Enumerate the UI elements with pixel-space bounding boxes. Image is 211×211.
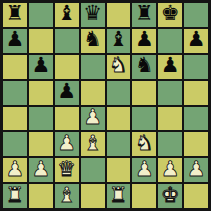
- square-e2[interactable]: [107, 158, 131, 182]
- chess-board: ♜♝♛♜♚♟♞♝♟♟♟♞♞♟♟♟♟♝♞♟♟♛♟♟♟♜♝♜♚: [3, 3, 208, 208]
- piece-black-bishop: ♝: [109, 29, 128, 50]
- square-f4[interactable]: [132, 107, 156, 131]
- square-g2[interactable]: ♟: [158, 158, 182, 182]
- piece-white-knight: ♞: [109, 55, 128, 76]
- square-a8[interactable]: ♜: [3, 3, 27, 27]
- square-c5[interactable]: ♟: [55, 81, 79, 105]
- piece-black-pawn: ♟: [161, 55, 180, 76]
- piece-black-rook: ♜: [135, 3, 154, 24]
- square-g6[interactable]: ♟: [158, 55, 182, 79]
- square-b4[interactable]: [29, 107, 53, 131]
- square-h1[interactable]: [184, 184, 208, 208]
- square-c1[interactable]: ♝: [55, 184, 79, 208]
- square-e3[interactable]: [107, 132, 131, 156]
- square-d2[interactable]: [81, 158, 105, 182]
- square-h6[interactable]: [184, 55, 208, 79]
- square-e1[interactable]: ♜: [107, 184, 131, 208]
- piece-black-bishop: ♝: [57, 3, 76, 24]
- piece-black-king: ♚: [161, 3, 180, 24]
- piece-white-bishop: ♝: [57, 185, 76, 206]
- square-a1[interactable]: ♜: [3, 184, 27, 208]
- square-b6[interactable]: ♟: [29, 55, 53, 79]
- square-c8[interactable]: ♝: [55, 3, 79, 27]
- square-f7[interactable]: ♟: [132, 29, 156, 53]
- square-f5[interactable]: [132, 81, 156, 105]
- square-g4[interactable]: [158, 107, 182, 131]
- square-d7[interactable]: ♞: [81, 29, 105, 53]
- square-b2[interactable]: ♟: [29, 158, 53, 182]
- piece-white-pawn: ♟: [161, 159, 180, 180]
- piece-white-pawn: ♟: [57, 133, 76, 154]
- square-h4[interactable]: [184, 107, 208, 131]
- piece-white-pawn: ♟: [6, 159, 25, 180]
- square-b1[interactable]: [29, 184, 53, 208]
- piece-white-pawn: ♟: [31, 159, 50, 180]
- square-g7[interactable]: [158, 29, 182, 53]
- square-b3[interactable]: [29, 132, 53, 156]
- square-e4[interactable]: [107, 107, 131, 131]
- square-f2[interactable]: ♟: [132, 158, 156, 182]
- square-h3[interactable]: [184, 132, 208, 156]
- square-g3[interactable]: [158, 132, 182, 156]
- piece-black-pawn: ♟: [6, 29, 25, 50]
- piece-white-bishop: ♝: [83, 133, 102, 154]
- square-g8[interactable]: ♚: [158, 3, 182, 27]
- square-d8[interactable]: ♛: [81, 3, 105, 27]
- piece-white-pawn: ♟: [83, 107, 102, 128]
- square-f6[interactable]: ♞: [132, 55, 156, 79]
- square-a6[interactable]: [3, 55, 27, 79]
- square-d1[interactable]: [81, 184, 105, 208]
- square-b8[interactable]: [29, 3, 53, 27]
- square-c6[interactable]: [55, 55, 79, 79]
- piece-white-rook: ♜: [6, 185, 25, 206]
- square-c3[interactable]: ♟: [55, 132, 79, 156]
- piece-white-rook: ♜: [109, 185, 128, 206]
- square-c2[interactable]: ♛: [55, 158, 79, 182]
- square-f1[interactable]: [132, 184, 156, 208]
- square-d3[interactable]: ♝: [81, 132, 105, 156]
- piece-black-pawn: ♟: [135, 29, 154, 50]
- square-h2[interactable]: ♟: [184, 158, 208, 182]
- square-b7[interactable]: [29, 29, 53, 53]
- piece-black-pawn: ♟: [187, 29, 206, 50]
- square-e7[interactable]: ♝: [107, 29, 131, 53]
- square-d5[interactable]: [81, 81, 105, 105]
- piece-white-pawn: ♟: [135, 159, 154, 180]
- square-h7[interactable]: ♟: [184, 29, 208, 53]
- square-d6[interactable]: [81, 55, 105, 79]
- piece-white-king: ♚: [161, 185, 180, 206]
- piece-black-pawn: ♟: [57, 81, 76, 102]
- square-e6[interactable]: ♞: [107, 55, 131, 79]
- square-h8[interactable]: [184, 3, 208, 27]
- square-f3[interactable]: ♞: [132, 132, 156, 156]
- square-f8[interactable]: ♜: [132, 3, 156, 27]
- square-a5[interactable]: [3, 81, 27, 105]
- piece-black-pawn: ♟: [31, 55, 50, 76]
- piece-black-knight: ♞: [135, 55, 154, 76]
- piece-black-knight: ♞: [83, 29, 102, 50]
- piece-white-queen: ♛: [57, 159, 76, 180]
- square-a4[interactable]: [3, 107, 27, 131]
- square-b5[interactable]: [29, 81, 53, 105]
- board-frame: ♜♝♛♜♚♟♞♝♟♟♟♞♞♟♟♟♟♝♞♟♟♛♟♟♟♜♝♜♚: [0, 0, 211, 211]
- square-a7[interactable]: ♟: [3, 29, 27, 53]
- piece-white-knight: ♞: [135, 133, 154, 154]
- piece-black-queen: ♛: [83, 3, 102, 24]
- square-e8[interactable]: [107, 3, 131, 27]
- square-a3[interactable]: [3, 132, 27, 156]
- square-g5[interactable]: [158, 81, 182, 105]
- square-a2[interactable]: ♟: [3, 158, 27, 182]
- square-c7[interactable]: [55, 29, 79, 53]
- square-c4[interactable]: [55, 107, 79, 131]
- piece-black-rook: ♜: [6, 3, 25, 24]
- square-e5[interactable]: [107, 81, 131, 105]
- square-d4[interactable]: ♟: [81, 107, 105, 131]
- square-h5[interactable]: [184, 81, 208, 105]
- square-g1[interactable]: ♚: [158, 184, 182, 208]
- piece-white-pawn: ♟: [187, 159, 206, 180]
